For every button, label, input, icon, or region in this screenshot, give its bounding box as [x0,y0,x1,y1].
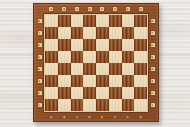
coord-slot: 5 [36,51,43,63]
rank-labels-left: 87654321 [36,15,43,111]
rank-label: 8 [38,19,42,23]
rank-label: 4 [38,67,42,71]
square-a6 [45,39,58,51]
square-c3 [71,75,84,87]
coord-slot: H [134,6,147,13]
coord-slot: 2 [36,87,43,99]
square-f8 [109,15,122,27]
square-f1 [109,99,122,111]
file-label: B [62,115,66,119]
square-h4 [134,63,147,75]
coord-slot: F [109,6,122,13]
square-h3 [134,75,147,87]
coord-slot: H [134,113,147,120]
square-a2 [45,87,58,99]
file-label: H [139,115,143,119]
square-h2 [134,87,147,99]
coord-slot: B [58,6,71,13]
rank-label: 1 [38,103,42,107]
file-label: B [62,7,66,11]
coord-slot: 2 [149,87,156,99]
file-label: E [100,7,104,11]
file-label: D [88,7,92,11]
square-c5 [71,51,84,63]
square-e1 [96,99,109,111]
square-c4 [71,63,84,75]
square-d4 [83,63,96,75]
coord-slot: F [109,113,122,120]
coord-slot: B [58,113,71,120]
rank-label: 2 [151,91,155,95]
coord-slot: G [122,6,135,13]
square-d1 [83,99,96,111]
coord-slot: 8 [149,15,156,27]
square-d5 [83,51,96,63]
coord-slot: E [96,6,109,13]
rank-label: 8 [151,19,155,23]
square-h1 [134,99,147,111]
square-b3 [58,75,71,87]
square-c1 [71,99,84,111]
coord-slot: 7 [149,27,156,39]
coord-slot: 1 [36,99,43,111]
rank-label: 4 [151,67,155,71]
square-h8 [134,15,147,27]
file-label: A [49,7,53,11]
rank-label: 7 [38,31,42,35]
file-label: H [139,7,143,11]
square-a5 [45,51,58,63]
file-label: D [88,115,92,119]
coord-slot: 4 [149,63,156,75]
rank-label: 1 [151,103,155,107]
coord-slot: C [71,6,84,13]
square-c8 [71,15,84,27]
rank-labels-right: 87654321 [149,15,156,111]
square-e3 [96,75,109,87]
coord-slot: G [122,113,135,120]
square-b6 [58,39,71,51]
square-e2 [96,87,109,99]
square-b4 [58,63,71,75]
coord-slot: 1 [149,99,156,111]
square-d3 [83,75,96,87]
square-f2 [109,87,122,99]
coord-slot: 8 [36,15,43,27]
file-label: E [100,115,104,119]
coord-slot: 6 [149,39,156,51]
square-g7 [122,27,135,39]
square-e8 [96,15,109,27]
square-e4 [96,63,109,75]
coord-slot: 6 [36,39,43,51]
square-h6 [134,39,147,51]
square-g6 [122,39,135,51]
squares-grid [45,15,147,111]
chess-board: ABCDEFGH ABCDEFGH 87654321 87654321 [33,3,159,122]
square-g4 [122,63,135,75]
square-f6 [109,39,122,51]
playing-field [44,14,148,112]
file-label: A [49,115,53,119]
coord-slot: 3 [149,75,156,87]
square-d6 [83,39,96,51]
square-b1 [58,99,71,111]
coord-slot: D [83,6,96,13]
square-a4 [45,63,58,75]
square-a1 [45,99,58,111]
file-label: C [75,115,79,119]
square-a8 [45,15,58,27]
square-c2 [71,87,84,99]
coord-slot: 4 [36,63,43,75]
rank-label: 3 [38,79,42,83]
coord-slot: 5 [149,51,156,63]
file-label: F [113,7,117,11]
coord-slot: E [96,113,109,120]
square-g5 [122,51,135,63]
file-labels-top: ABCDEFGH [45,6,147,13]
square-e6 [96,39,109,51]
square-f7 [109,27,122,39]
rank-label: 6 [38,43,42,47]
file-label: G [126,7,130,11]
square-h7 [134,27,147,39]
file-label: F [113,115,117,119]
rank-label: 2 [38,91,42,95]
coord-slot: A [45,113,58,120]
square-a7 [45,27,58,39]
square-a3 [45,75,58,87]
square-e7 [96,27,109,39]
rank-label: 6 [151,43,155,47]
rank-label: 5 [151,55,155,59]
rank-label: 7 [151,31,155,35]
square-b5 [58,51,71,63]
coord-slot: C [71,113,84,120]
square-g8 [122,15,135,27]
square-d2 [83,87,96,99]
file-label: C [75,7,79,11]
square-f4 [109,63,122,75]
square-d8 [83,15,96,27]
rank-label: 3 [151,79,155,83]
coord-slot: 7 [36,27,43,39]
rank-label: 5 [38,55,42,59]
file-labels-bottom: ABCDEFGH [45,113,147,120]
square-b8 [58,15,71,27]
file-label: G [126,115,130,119]
square-d7 [83,27,96,39]
square-b7 [58,27,71,39]
table-surface: ABCDEFGH ABCDEFGH 87654321 87654321 [0,0,190,127]
square-b2 [58,87,71,99]
square-f5 [109,51,122,63]
coord-slot: D [83,113,96,120]
coord-slot: 3 [36,75,43,87]
square-h5 [134,51,147,63]
square-g3 [122,75,135,87]
square-f3 [109,75,122,87]
square-g2 [122,87,135,99]
square-g1 [122,99,135,111]
square-c7 [71,27,84,39]
coord-slot: A [45,6,58,13]
square-c6 [71,39,84,51]
square-e5 [96,51,109,63]
